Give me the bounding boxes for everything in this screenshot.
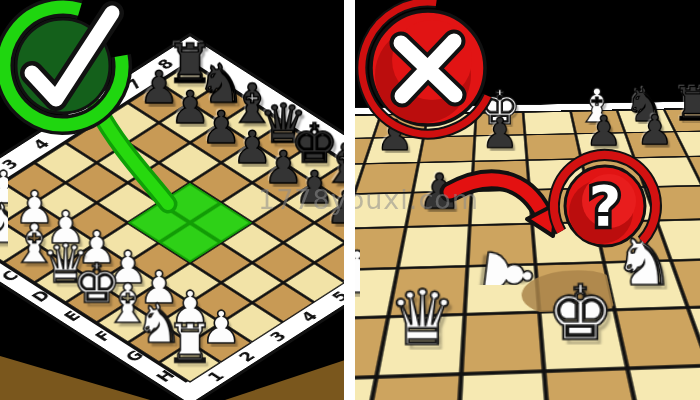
question-badge: ? xyxy=(545,146,665,266)
question-mark-glyph: ? xyxy=(589,173,621,238)
panel-divider xyxy=(344,0,355,400)
check-circle-icon xyxy=(0,0,138,141)
illustration-canvas: ♜♞♝♛♚♝♞♜♟♟♟♟♟♟♟♟♟♟♟♟♟♟♟♟♜♞♝♛♚♝♞♜ ABCDEFG… xyxy=(0,0,700,400)
watermark: 1778youxi.com xyxy=(258,184,479,215)
cross-circle-icon xyxy=(355,0,503,143)
